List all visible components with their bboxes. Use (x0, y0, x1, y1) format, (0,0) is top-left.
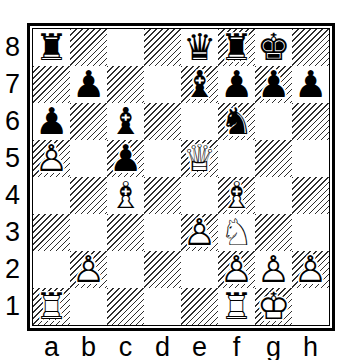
file-label-c: c (107, 332, 144, 360)
square-g6[interactable] (255, 103, 292, 140)
square-f1[interactable]: ♜♖ (218, 288, 255, 325)
piece-white-pawn[interactable]: ♟♙ (292, 251, 329, 288)
file-label-f: f (218, 332, 255, 360)
square-h4[interactable] (292, 177, 329, 214)
piece-glyph: ♜ (35, 29, 68, 66)
square-g7[interactable]: ♟♟ (255, 66, 292, 103)
rank-label-8: 8 (0, 29, 22, 66)
piece-white-pawn[interactable]: ♟♙ (70, 251, 107, 288)
rank-label-5: 5 (0, 140, 22, 177)
chess-board: ♜♜♛♛♜♜♚♚♟♟♝♝♟♟♟♟♟♟♟♟♝♝♞♞♟♙♟♟♛♕♝♗♝♗♟♙♞♘♟♙… (33, 29, 329, 325)
piece-glyph: ♙ (294, 251, 327, 288)
square-f7[interactable]: ♟♟ (218, 66, 255, 103)
square-e1[interactable] (181, 288, 218, 325)
piece-glyph: ♙ (183, 214, 216, 251)
piece-glyph: ♘ (220, 214, 253, 251)
piece-black-queen[interactable]: ♛♛ (181, 29, 218, 66)
square-c4[interactable]: ♝♗ (107, 177, 144, 214)
piece-glyph: ♟ (109, 140, 142, 177)
piece-glyph: ♝ (109, 103, 142, 140)
piece-white-queen[interactable]: ♛♕ (181, 140, 218, 177)
rank-label-6: 6 (0, 103, 22, 140)
square-e7[interactable]: ♝♝ (181, 66, 218, 103)
square-h2[interactable]: ♟♙ (292, 251, 329, 288)
piece-glyph: ♛ (183, 29, 216, 66)
piece-white-king[interactable]: ♚♔ (255, 288, 292, 325)
square-g4[interactable] (255, 177, 292, 214)
square-h1[interactable] (292, 288, 329, 325)
board-inner-border: ♜♜♛♛♜♜♚♚♟♟♝♝♟♟♟♟♟♟♟♟♝♝♞♞♟♙♟♟♛♕♝♗♝♗♟♙♞♘♟♙… (32, 28, 330, 326)
piece-glyph: ♙ (72, 251, 105, 288)
file-label-g: g (255, 332, 292, 360)
piece-black-pawn[interactable]: ♟♟ (255, 66, 292, 103)
square-d2[interactable] (144, 251, 181, 288)
square-c7[interactable] (107, 66, 144, 103)
piece-glyph: ♝ (183, 66, 216, 103)
square-a6[interactable]: ♟♟ (33, 103, 70, 140)
piece-black-bishop[interactable]: ♝♝ (107, 103, 144, 140)
piece-black-pawn[interactable]: ♟♟ (218, 66, 255, 103)
square-h7[interactable]: ♟♟ (292, 66, 329, 103)
piece-white-bishop[interactable]: ♝♗ (218, 177, 255, 214)
piece-glyph: ♙ (257, 251, 290, 288)
square-e8[interactable]: ♛♛ (181, 29, 218, 66)
piece-white-rook[interactable]: ♜♖ (218, 288, 255, 325)
piece-glyph: ♗ (109, 177, 142, 214)
square-e2[interactable] (181, 251, 218, 288)
square-a2[interactable] (33, 251, 70, 288)
piece-white-pawn[interactable]: ♟♙ (33, 140, 70, 177)
piece-glyph: ♞ (220, 103, 253, 140)
rank-label-7: 7 (0, 66, 22, 103)
piece-glyph: ♗ (220, 177, 253, 214)
square-g1[interactable]: ♚♔ (255, 288, 292, 325)
piece-glyph: ♜ (220, 29, 253, 66)
file-label-h: h (292, 332, 329, 360)
piece-black-king[interactable]: ♚♚ (255, 29, 292, 66)
rank-label-4: 4 (0, 177, 22, 214)
rank-label-1: 1 (0, 288, 22, 325)
square-b1[interactable] (70, 288, 107, 325)
square-c2[interactable] (107, 251, 144, 288)
piece-black-bishop[interactable]: ♝♝ (181, 66, 218, 103)
chess-diagram: 87654321 ♜♜♛♛♜♜♚♚♟♟♝♝♟♟♟♟♟♟♟♟♝♝♞♞♟♙♟♟♛♕♝… (0, 0, 360, 360)
piece-white-knight[interactable]: ♞♘ (218, 214, 255, 251)
file-labels: abcdefgh (33, 332, 329, 359)
square-d1[interactable] (144, 288, 181, 325)
square-a3[interactable] (33, 214, 70, 251)
square-f2[interactable]: ♟♙ (218, 251, 255, 288)
square-a1[interactable]: ♜♖ (33, 288, 70, 325)
square-c6[interactable]: ♝♝ (107, 103, 144, 140)
square-g2[interactable]: ♟♙ (255, 251, 292, 288)
square-e6[interactable] (181, 103, 218, 140)
square-f5[interactable] (218, 140, 255, 177)
square-e4[interactable] (181, 177, 218, 214)
piece-glyph: ♟ (72, 66, 105, 103)
square-f6[interactable]: ♞♞ (218, 103, 255, 140)
square-d4[interactable] (144, 177, 181, 214)
board-frame: ♜♜♛♛♜♜♚♚♟♟♝♝♟♟♟♟♟♟♟♟♝♝♞♞♟♙♟♟♛♕♝♗♝♗♟♙♞♘♟♙… (27, 23, 335, 331)
square-g5[interactable] (255, 140, 292, 177)
piece-black-rook[interactable]: ♜♜ (218, 29, 255, 66)
file-label-d: d (144, 332, 181, 360)
square-d3[interactable] (144, 214, 181, 251)
square-g3[interactable] (255, 214, 292, 251)
piece-glyph: ♟ (294, 66, 327, 103)
square-c8[interactable] (107, 29, 144, 66)
piece-white-pawn[interactable]: ♟♙ (255, 251, 292, 288)
piece-black-pawn[interactable]: ♟♟ (70, 66, 107, 103)
square-h8[interactable] (292, 29, 329, 66)
file-label-e: e (181, 332, 218, 360)
square-c1[interactable] (107, 288, 144, 325)
square-e3[interactable]: ♟♙ (181, 214, 218, 251)
square-g8[interactable]: ♚♚ (255, 29, 292, 66)
piece-white-pawn[interactable]: ♟♙ (218, 251, 255, 288)
piece-glyph: ♚ (257, 29, 290, 66)
square-e5[interactable]: ♛♕ (181, 140, 218, 177)
piece-glyph: ♙ (35, 140, 68, 177)
piece-black-pawn[interactable]: ♟♟ (292, 66, 329, 103)
piece-black-pawn[interactable]: ♟♟ (107, 140, 144, 177)
square-a8[interactable]: ♜♜ (33, 29, 70, 66)
square-d7[interactable] (144, 66, 181, 103)
square-c3[interactable] (107, 214, 144, 251)
square-a4[interactable] (33, 177, 70, 214)
piece-black-rook[interactable]: ♜♜ (33, 29, 70, 66)
square-b2[interactable]: ♟♙ (70, 251, 107, 288)
rank-labels: 87654321 (0, 29, 22, 325)
piece-glyph: ♖ (220, 288, 253, 325)
square-d5[interactable] (144, 140, 181, 177)
file-label-b: b (70, 332, 107, 360)
piece-black-knight[interactable]: ♞♞ (218, 103, 255, 140)
square-f3[interactable]: ♞♘ (218, 214, 255, 251)
square-d8[interactable] (144, 29, 181, 66)
square-f8[interactable]: ♜♜ (218, 29, 255, 66)
square-h5[interactable] (292, 140, 329, 177)
piece-glyph: ♕ (183, 140, 216, 177)
square-a5[interactable]: ♟♙ (33, 140, 70, 177)
piece-glyph: ♟ (220, 66, 253, 103)
square-h6[interactable] (292, 103, 329, 140)
square-b4[interactable] (70, 177, 107, 214)
piece-glyph: ♙ (220, 251, 253, 288)
square-b7[interactable]: ♟♟ (70, 66, 107, 103)
square-b5[interactable] (70, 140, 107, 177)
piece-white-pawn[interactable]: ♟♙ (181, 214, 218, 251)
piece-white-rook[interactable]: ♜♖ (33, 288, 70, 325)
square-h3[interactable] (292, 214, 329, 251)
piece-glyph: ♟ (257, 66, 290, 103)
square-b8[interactable] (70, 29, 107, 66)
piece-glyph: ♟ (35, 103, 68, 140)
piece-glyph: ♔ (257, 288, 290, 325)
rank-label-2: 2 (0, 251, 22, 288)
rank-label-3: 3 (0, 214, 22, 251)
square-a7[interactable] (33, 66, 70, 103)
piece-white-bishop[interactable]: ♝♗ (107, 177, 144, 214)
file-label-a: a (33, 332, 70, 360)
piece-glyph: ♖ (35, 288, 68, 325)
square-d6[interactable] (144, 103, 181, 140)
piece-black-pawn[interactable]: ♟♟ (33, 103, 70, 140)
square-f4[interactable]: ♝♗ (218, 177, 255, 214)
square-b3[interactable] (70, 214, 107, 251)
square-c5[interactable]: ♟♟ (107, 140, 144, 177)
square-b6[interactable] (70, 103, 107, 140)
